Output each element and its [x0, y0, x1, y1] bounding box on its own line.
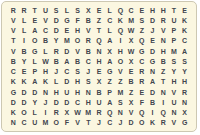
grid-cell[interactable]: E: [136, 87, 147, 97]
grid-cell[interactable]: S: [136, 15, 147, 25]
grid-cell[interactable]: H: [179, 77, 190, 87]
grid-cell[interactable]: L: [29, 108, 40, 118]
grid-cell[interactable]: V: [169, 87, 180, 97]
grid-cell[interactable]: T: [8, 36, 19, 46]
grid-cell[interactable]: H: [72, 77, 83, 87]
grid-cell[interactable]: Y: [29, 97, 40, 107]
grid-cell[interactable]: X: [83, 5, 94, 15]
grid-cell[interactable]: L: [29, 56, 40, 66]
grid-cell[interactable]: K: [147, 118, 158, 128]
grid-cell[interactable]: E: [19, 67, 30, 77]
grid-cell[interactable]: C: [40, 26, 51, 36]
grid-cell[interactable]: M: [62, 36, 73, 46]
grid-cell[interactable]: M: [83, 108, 94, 118]
grid-cell[interactable]: U: [62, 87, 73, 97]
grid-cell[interactable]: Q: [104, 108, 115, 118]
grid-cell[interactable]: S: [115, 97, 126, 107]
grid-cell[interactable]: G: [136, 46, 147, 56]
grid-cell[interactable]: C: [72, 97, 83, 107]
grid-cell[interactable]: H: [51, 87, 62, 97]
grid-cell[interactable]: R: [51, 108, 62, 118]
grid-cell[interactable]: S: [72, 67, 83, 77]
grid-cell[interactable]: E: [29, 15, 40, 25]
grid-cell[interactable]: Q: [136, 36, 147, 46]
grid-cell[interactable]: J: [147, 26, 158, 36]
grid-cell[interactable]: E: [94, 5, 105, 15]
grid-cell[interactable]: P: [169, 36, 180, 46]
grid-cell[interactable]: Z: [94, 15, 105, 25]
grid-cell[interactable]: Z: [136, 26, 147, 36]
grid-cell[interactable]: V: [126, 108, 137, 118]
grid-cell[interactable]: O: [29, 36, 40, 46]
grid-cell[interactable]: N: [115, 108, 126, 118]
grid-cell[interactable]: X: [126, 56, 137, 66]
grid-cell[interactable]: D: [126, 118, 137, 128]
grid-cell[interactable]: K: [19, 77, 30, 87]
grid-cell[interactable]: V: [158, 26, 169, 36]
grid-cell[interactable]: P: [169, 26, 180, 36]
grid-cell[interactable]: W: [40, 56, 51, 66]
word-search-board: RRTUSLSXELQCEHHTEVLEVDGFBZCKMSDRUKVLACDE…: [1, 1, 197, 132]
grid-cell[interactable]: R: [94, 108, 105, 118]
grid-cell[interactable]: H: [83, 97, 94, 107]
grid-cell[interactable]: B: [158, 56, 169, 66]
grid-cell[interactable]: E: [62, 26, 73, 36]
grid-cell[interactable]: H: [158, 5, 169, 15]
grid-cell[interactable]: R: [158, 118, 169, 128]
grid-cell[interactable]: H: [72, 26, 83, 36]
grid-cell[interactable]: C: [179, 36, 190, 46]
grid-cell[interactable]: A: [29, 77, 40, 87]
grid-cell[interactable]: C: [104, 15, 115, 25]
grid-cell[interactable]: Z: [158, 67, 169, 77]
grid-cell[interactable]: H: [94, 56, 105, 66]
grid-cell[interactable]: D: [19, 87, 30, 97]
grid-cell[interactable]: N: [83, 87, 94, 97]
grid-cell[interactable]: L: [104, 5, 115, 15]
grid-cell[interactable]: M: [115, 87, 126, 97]
grid-cell[interactable]: B: [8, 56, 19, 66]
grid-cell[interactable]: L: [19, 26, 30, 36]
grid-cell[interactable]: A: [104, 36, 115, 46]
grid-cell[interactable]: X: [104, 46, 115, 56]
grid-cell[interactable]: U: [94, 97, 105, 107]
grid-cell[interactable]: V: [72, 118, 83, 128]
grid-cell[interactable]: F: [136, 97, 147, 107]
grid-cell[interactable]: R: [19, 5, 30, 15]
grid-cell[interactable]: H: [158, 46, 169, 56]
grid-cell[interactable]: L: [62, 5, 73, 15]
grid-cell[interactable]: T: [158, 77, 169, 87]
grid-cell[interactable]: B: [40, 36, 51, 46]
grid-cell[interactable]: D: [62, 97, 73, 107]
grid-cell[interactable]: R: [83, 36, 94, 46]
grid-cell[interactable]: N: [179, 97, 190, 107]
grid-cell[interactable]: F: [62, 118, 73, 128]
grid-cell[interactable]: P: [104, 87, 115, 97]
grid-cell[interactable]: W: [72, 108, 83, 118]
grid-cell[interactable]: O: [51, 118, 62, 128]
grid-cell[interactable]: Y: [169, 67, 180, 77]
grid-cell[interactable]: I: [40, 108, 51, 118]
grid-cell[interactable]: V: [72, 46, 83, 56]
grid-cell[interactable]: D: [147, 87, 158, 97]
grid-cell[interactable]: D: [51, 15, 62, 25]
grid-cell[interactable]: K: [115, 15, 126, 25]
grid-cell[interactable]: X: [126, 36, 137, 46]
grid-cell[interactable]: J: [115, 118, 126, 128]
grid-cell[interactable]: Z: [115, 77, 126, 87]
grid-cell[interactable]: Y: [179, 67, 190, 77]
grid-cell[interactable]: D: [8, 97, 19, 107]
grid-cell[interactable]: E: [126, 67, 137, 77]
grid-cell[interactable]: R: [179, 87, 190, 97]
grid-cell[interactable]: Z: [104, 77, 115, 87]
grid-cell[interactable]: Q: [115, 26, 126, 36]
word-search-page: RRTUSLSXELQCEHHTEVLEVDGFBZCKMSDRUKVLACDE…: [0, 0, 200, 135]
grid-cell[interactable]: D: [62, 46, 73, 56]
grid-cell[interactable]: B: [83, 15, 94, 25]
grid-cell[interactable]: B: [147, 97, 158, 107]
grid-cell[interactable]: C: [136, 56, 147, 66]
grid-cell[interactable]: S: [83, 77, 94, 87]
grid-cell[interactable]: L: [19, 15, 30, 25]
grid-cell[interactable]: D: [147, 46, 158, 56]
grid-cell[interactable]: V: [8, 15, 19, 25]
grid-cell[interactable]: E: [179, 5, 190, 15]
grid-cell[interactable]: V: [169, 118, 180, 128]
grid-cell[interactable]: U: [40, 5, 51, 15]
grid-cell[interactable]: K: [179, 26, 190, 36]
grid-cell[interactable]: K: [179, 15, 190, 25]
grid-cell[interactable]: I: [147, 108, 158, 118]
grid-cell[interactable]: C: [83, 56, 94, 66]
grid-cell[interactable]: D: [51, 97, 62, 107]
grid-cell[interactable]: N: [158, 87, 169, 97]
grid-cell[interactable]: A: [179, 46, 190, 56]
grid-cell[interactable]: M: [169, 46, 180, 56]
grid-cell[interactable]: U: [29, 118, 40, 128]
grid-cell[interactable]: A: [29, 26, 40, 36]
grid-cell[interactable]: I: [115, 36, 126, 46]
grid-cell[interactable]: D: [19, 97, 30, 107]
grid-cell[interactable]: U: [169, 15, 180, 25]
grid-cell[interactable]: K: [40, 77, 51, 87]
grid-cell[interactable]: T: [169, 5, 180, 15]
grid-cell[interactable]: N: [8, 118, 19, 128]
grid-cell[interactable]: C: [8, 67, 19, 77]
grid-cell[interactable]: X: [62, 108, 73, 118]
grid-cell[interactable]: J: [40, 97, 51, 107]
grid-cell[interactable]: G: [8, 87, 19, 97]
grid-cell[interactable]: E: [147, 36, 158, 46]
grid-cell[interactable]: H: [72, 87, 83, 97]
grid-cell[interactable]: J: [83, 67, 94, 77]
grid-cell[interactable]: J: [94, 118, 105, 128]
grid-cell[interactable]: L: [51, 77, 62, 87]
grid-cell[interactable]: A: [62, 56, 73, 66]
grid-cell[interactable]: L: [104, 26, 115, 36]
grid-cell[interactable]: B: [19, 46, 30, 56]
grid-cell[interactable]: W: [126, 46, 137, 56]
grid-cell[interactable]: J: [51, 67, 62, 77]
grid-cell[interactable]: X: [94, 77, 105, 87]
grid-cell[interactable]: T: [94, 26, 105, 36]
grid-cell[interactable]: K: [8, 77, 19, 87]
grid-cell[interactable]: D: [29, 87, 40, 97]
grid-cell[interactable]: M: [126, 15, 137, 25]
grid-cell[interactable]: E: [94, 67, 105, 77]
grid-cell[interactable]: B: [83, 46, 94, 56]
grid-cell[interactable]: H: [115, 46, 126, 56]
grid-cell[interactable]: Q: [136, 108, 147, 118]
grid-cell[interactable]: G: [104, 67, 115, 77]
grid-cell[interactable]: G: [29, 46, 40, 56]
grid-cell[interactable]: B: [94, 87, 105, 97]
grid-cell[interactable]: A: [147, 77, 158, 87]
grid-cell[interactable]: Y: [51, 36, 62, 46]
grid-cell[interactable]: T: [83, 118, 94, 128]
grid-cell[interactable]: A: [104, 56, 115, 66]
grid-cell[interactable]: N: [158, 36, 169, 46]
grid-cell[interactable]: C: [19, 118, 30, 128]
grid-cell[interactable]: O: [19, 108, 30, 118]
grid-cell[interactable]: C: [126, 5, 137, 15]
grid-cell[interactable]: X: [179, 108, 190, 118]
grid-cell[interactable]: C: [62, 67, 73, 77]
grid-cell[interactable]: H: [147, 5, 158, 15]
grid-cell[interactable]: R: [51, 46, 62, 56]
grid-cell[interactable]: A: [104, 97, 115, 107]
grid-cell[interactable]: V: [40, 15, 51, 25]
grid-cell[interactable]: D: [51, 26, 62, 36]
grid-cell[interactable]: N: [147, 67, 158, 77]
grid-cell[interactable]: G: [147, 56, 158, 66]
grid-cell[interactable]: Q: [158, 108, 169, 118]
grid-cell[interactable]: O: [136, 118, 147, 128]
grid-cell[interactable]: B: [126, 77, 137, 87]
grid-cell[interactable]: O: [115, 56, 126, 66]
grid-cell[interactable]: S: [169, 56, 180, 66]
grid-cell[interactable]: W: [126, 26, 137, 36]
grid-cell[interactable]: X: [126, 97, 137, 107]
grid-cell[interactable]: P: [29, 67, 40, 77]
grid-cell[interactable]: S: [179, 56, 190, 66]
grid-cell[interactable]: R: [158, 15, 169, 25]
grid-cell[interactable]: E: [136, 5, 147, 15]
grid-cell[interactable]: V: [8, 46, 19, 56]
grid-cell[interactable]: H: [40, 67, 51, 77]
grid-cell[interactable]: O: [72, 36, 83, 46]
grid-cell[interactable]: H: [169, 77, 180, 87]
grid-cell[interactable]: N: [40, 87, 51, 97]
grid-cell[interactable]: S: [72, 5, 83, 15]
grid-cell[interactable]: N: [94, 46, 105, 56]
grid-cell[interactable]: C: [104, 118, 115, 128]
grid-cell[interactable]: G: [62, 15, 73, 25]
grid-cell[interactable]: V: [83, 26, 94, 36]
grid-cell[interactable]: Q: [115, 5, 126, 15]
grid-cell[interactable]: Q: [94, 36, 105, 46]
grid-cell[interactable]: R: [8, 5, 19, 15]
grid-cell[interactable]: Y: [19, 56, 30, 66]
grid-cell[interactable]: F: [72, 15, 83, 25]
grid-cell[interactable]: T: [29, 5, 40, 15]
grid-cell[interactable]: D: [147, 15, 158, 25]
grid-cell[interactable]: N: [169, 108, 180, 118]
grid-cell[interactable]: S: [51, 5, 62, 15]
grid-cell[interactable]: G: [179, 118, 190, 128]
grid-cell[interactable]: D: [62, 77, 73, 87]
grid-cell[interactable]: R: [136, 67, 147, 77]
grid-cell[interactable]: V: [8, 26, 19, 36]
grid-cell[interactable]: K: [8, 108, 19, 118]
grid-cell[interactable]: L: [40, 46, 51, 56]
grid-cell[interactable]: M: [40, 118, 51, 128]
grid-cell[interactable]: U: [169, 97, 180, 107]
grid-cell[interactable]: R: [136, 77, 147, 87]
grid-cell[interactable]: I: [158, 97, 169, 107]
grid-cell[interactable]: V: [115, 67, 126, 77]
grid-cell[interactable]: B: [51, 56, 62, 66]
grid-cell[interactable]: I: [19, 36, 30, 46]
grid-cell[interactable]: Z: [126, 87, 137, 97]
grid-cell[interactable]: B: [72, 56, 83, 66]
